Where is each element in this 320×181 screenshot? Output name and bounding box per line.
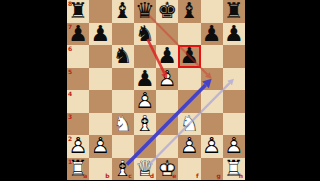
- square-g8[interactable]: [201, 0, 223, 23]
- square-c6[interactable]: ♞: [112, 45, 134, 68]
- letterbox-left: [0, 0, 67, 180]
- square-d1[interactable]: d♛♕: [134, 158, 156, 181]
- square-b8[interactable]: [89, 0, 111, 23]
- square-c7[interactable]: [112, 23, 134, 46]
- piece-glyph-outline: ♙: [89, 135, 111, 158]
- video-frame: 8♜♝♛♚♝♜7♟♟♞♟♟6♞♟♟5♟♟♙4♟♙3♞♘♝♗♞♘2♟♙♟♙♟♙♟♙…: [0, 0, 320, 180]
- white-pawn-d4[interactable]: ♟♙: [134, 90, 156, 113]
- file-label-f: f: [196, 173, 199, 179]
- square-e3[interactable]: [156, 113, 178, 136]
- square-e5[interactable]: ♟♙: [156, 68, 178, 91]
- black-rook-a8[interactable]: ♜: [67, 0, 89, 23]
- piece-glyph-fill: ♟: [223, 23, 245, 46]
- white-queen-d1[interactable]: ♛♕: [134, 158, 156, 181]
- square-c2[interactable]: [112, 135, 134, 158]
- piece-glyph-fill: ♜: [223, 0, 245, 23]
- square-e1[interactable]: e♚♔: [156, 158, 178, 181]
- piece-glyph-fill: ♟: [134, 68, 156, 91]
- square-h5[interactable]: [223, 68, 245, 91]
- square-e6[interactable]: ♟: [156, 45, 178, 68]
- black-pawn-a7[interactable]: ♟: [67, 23, 89, 46]
- white-bishop-d3[interactable]: ♝♗: [134, 113, 156, 136]
- piece-glyph-outline: ♔: [156, 158, 178, 181]
- square-a2[interactable]: 2♟♙: [67, 135, 89, 158]
- square-g5[interactable]: [201, 68, 223, 91]
- piece-glyph-fill: ♝: [178, 0, 200, 23]
- piece-glyph-outline: ♖: [223, 158, 245, 181]
- square-a7[interactable]: 7♟: [67, 23, 89, 46]
- white-pawn-g2[interactable]: ♟♙: [201, 135, 223, 158]
- square-g4[interactable]: [201, 90, 223, 113]
- square-g2[interactable]: ♟♙: [201, 135, 223, 158]
- piece-glyph-outline: ♘: [112, 113, 134, 136]
- black-pawn-f6[interactable]: ♟: [178, 45, 200, 68]
- square-h2[interactable]: ♟♙: [223, 135, 245, 158]
- piece-glyph-fill: ♟: [67, 23, 89, 46]
- square-f1[interactable]: f: [178, 158, 200, 181]
- black-pawn-h7[interactable]: ♟: [223, 23, 245, 46]
- file-label-b: b: [105, 173, 109, 179]
- rank-label-6: 6: [68, 46, 72, 52]
- white-pawn-f2[interactable]: ♟♙: [178, 135, 200, 158]
- white-rook-h1[interactable]: ♜♖: [223, 158, 245, 181]
- white-king-e1[interactable]: ♚♔: [156, 158, 178, 181]
- rank-label-3: 3: [68, 114, 72, 120]
- piece-glyph-outline: ♗: [112, 158, 134, 181]
- chess-board: 8♜♝♛♚♝♜7♟♟♞♟♟6♞♟♟5♟♟♙4♟♙3♞♘♝♗♞♘2♟♙♟♙♟♙♟♙…: [67, 0, 245, 180]
- square-b3[interactable]: [89, 113, 111, 136]
- square-g3[interactable]: [201, 113, 223, 136]
- square-b7[interactable]: ♟: [89, 23, 111, 46]
- piece-glyph-fill: ♟: [201, 23, 223, 46]
- piece-glyph-fill: ♝: [112, 0, 134, 23]
- square-d5[interactable]: ♟: [134, 68, 156, 91]
- square-d8[interactable]: ♛: [134, 0, 156, 23]
- square-d2[interactable]: [134, 135, 156, 158]
- piece-glyph-fill: ♟: [89, 23, 111, 46]
- square-a1[interactable]: 1a♜♖: [67, 158, 89, 181]
- piece-glyph-fill: ♞: [134, 23, 156, 46]
- square-a5[interactable]: 5: [67, 68, 89, 91]
- square-a8[interactable]: 8♜: [67, 0, 89, 23]
- square-h7[interactable]: ♟: [223, 23, 245, 46]
- black-rook-h8[interactable]: ♜: [223, 0, 245, 23]
- piece-glyph-outline: ♙: [178, 135, 200, 158]
- square-c5[interactable]: [112, 68, 134, 91]
- square-h6[interactable]: [223, 45, 245, 68]
- square-c8[interactable]: ♝: [112, 0, 134, 23]
- piece-glyph-outline: ♙: [201, 135, 223, 158]
- piece-glyph-fill: ♜: [67, 0, 89, 23]
- piece-glyph-outline: ♖: [67, 158, 89, 181]
- piece-glyph-fill: ♞: [112, 45, 134, 68]
- white-knight-c3[interactable]: ♞♘: [112, 113, 134, 136]
- letterbox-right: [245, 0, 320, 180]
- square-d7[interactable]: ♞: [134, 23, 156, 46]
- square-f7[interactable]: [178, 23, 200, 46]
- square-f8[interactable]: ♝: [178, 0, 200, 23]
- white-pawn-e5[interactable]: ♟♙: [156, 68, 178, 91]
- file-label-g: g: [216, 173, 220, 179]
- rank-label-5: 5: [68, 69, 72, 75]
- piece-glyph-fill: ♛: [134, 0, 156, 23]
- piece-glyph-outline: ♘: [178, 113, 200, 136]
- piece-glyph-outline: ♙: [223, 135, 245, 158]
- black-pawn-b7[interactable]: ♟: [89, 23, 111, 46]
- square-a4[interactable]: 4: [67, 90, 89, 113]
- square-g7[interactable]: ♟: [201, 23, 223, 46]
- square-g1[interactable]: g: [201, 158, 223, 181]
- piece-glyph-fill: ♚: [156, 0, 178, 23]
- square-d3[interactable]: ♝♗: [134, 113, 156, 136]
- square-h8[interactable]: ♜: [223, 0, 245, 23]
- square-d6[interactable]: [134, 45, 156, 68]
- square-a3[interactable]: 3: [67, 113, 89, 136]
- square-e8[interactable]: ♚: [156, 0, 178, 23]
- black-bishop-f8[interactable]: ♝: [178, 0, 200, 23]
- piece-glyph-fill: ♟: [156, 45, 178, 68]
- piece-glyph-outline: ♙: [134, 90, 156, 113]
- white-pawn-a2[interactable]: ♟♙: [67, 135, 89, 158]
- black-king-e8[interactable]: ♚: [156, 0, 178, 23]
- white-pawn-h2[interactable]: ♟♙: [223, 135, 245, 158]
- square-g6[interactable]: [201, 45, 223, 68]
- square-b6[interactable]: [89, 45, 111, 68]
- square-f5[interactable]: [178, 68, 200, 91]
- square-c3[interactable]: ♞♘: [112, 113, 134, 136]
- piece-glyph-outline: ♙: [67, 135, 89, 158]
- square-e7[interactable]: [156, 23, 178, 46]
- black-bishop-c8[interactable]: ♝: [112, 0, 134, 23]
- square-b4[interactable]: [89, 90, 111, 113]
- piece-glyph-outline: ♙: [156, 68, 178, 91]
- square-b1[interactable]: b: [89, 158, 111, 181]
- piece-glyph-fill: ♟: [178, 45, 200, 68]
- black-pawn-g7[interactable]: ♟: [201, 23, 223, 46]
- white-rook-a1[interactable]: ♜♖: [67, 158, 89, 181]
- square-f3[interactable]: ♞♘: [178, 113, 200, 136]
- square-h4[interactable]: [223, 90, 245, 113]
- square-f4[interactable]: [178, 90, 200, 113]
- square-b2[interactable]: ♟♙: [89, 135, 111, 158]
- white-knight-f3[interactable]: ♞♘: [178, 113, 200, 136]
- square-f6[interactable]: ♟: [178, 45, 200, 68]
- square-f2[interactable]: ♟♙: [178, 135, 200, 158]
- piece-glyph-outline: ♗: [134, 113, 156, 136]
- square-e4[interactable]: [156, 90, 178, 113]
- rank-label-4: 4: [68, 91, 72, 97]
- black-queen-d8[interactable]: ♛: [134, 0, 156, 23]
- black-pawn-d5[interactable]: ♟: [134, 68, 156, 91]
- square-d4[interactable]: ♟♙: [134, 90, 156, 113]
- white-pawn-b2[interactable]: ♟♙: [89, 135, 111, 158]
- square-h1[interactable]: h♜♖: [223, 158, 245, 181]
- black-knight-c6[interactable]: ♞: [112, 45, 134, 68]
- piece-glyph-outline: ♕: [134, 158, 156, 181]
- square-e2[interactable]: [156, 135, 178, 158]
- square-c1[interactable]: c♝♗: [112, 158, 134, 181]
- square-c4[interactable]: [112, 90, 134, 113]
- white-bishop-c1[interactable]: ♝♗: [112, 158, 134, 181]
- square-b5[interactable]: [89, 68, 111, 91]
- square-a6[interactable]: 6: [67, 45, 89, 68]
- black-knight-d7[interactable]: ♞: [134, 23, 156, 46]
- square-h3[interactable]: [223, 113, 245, 136]
- black-pawn-e6[interactable]: ♟: [156, 45, 178, 68]
